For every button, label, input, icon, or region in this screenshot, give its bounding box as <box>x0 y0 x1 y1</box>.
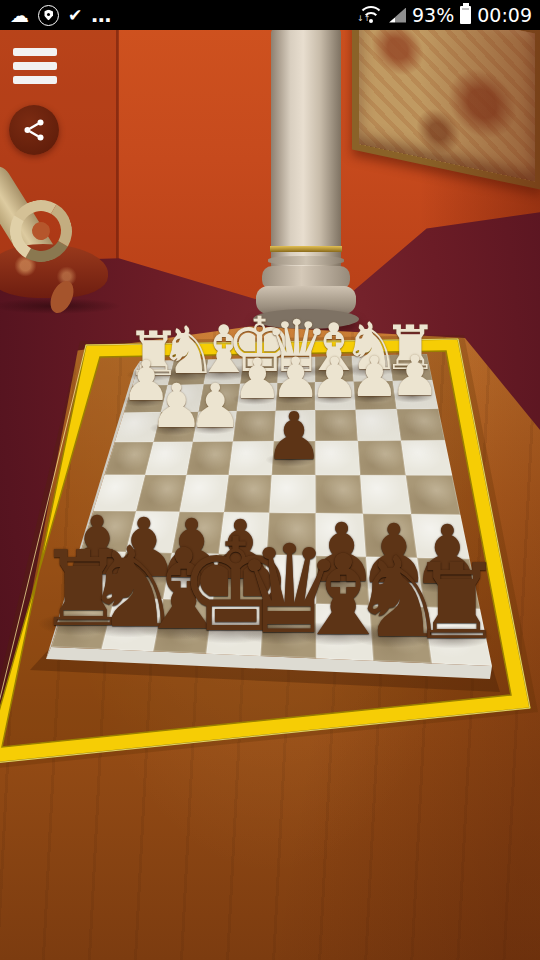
black-rook[interactable]: ♜ <box>410 550 503 654</box>
battery-percent: 93% <box>412 4 454 26</box>
white-pawn[interactable]: ♟ <box>188 376 242 437</box>
notification-icons: ☁ ✔ … <box>10 5 359 26</box>
share-button[interactable] <box>9 105 59 155</box>
wifi-icon: ↓↑ <box>359 6 383 25</box>
cloud-icon: ☁ <box>10 6 29 25</box>
share-icon <box>21 117 47 143</box>
clock: 00:09 <box>477 4 532 26</box>
status-bar: ☁ ✔ … ↓↑ 93% 00:09 <box>0 0 540 30</box>
system-status: ↓↑ 93% 00:09 <box>359 4 532 26</box>
white-pawn[interactable]: ♟ <box>390 349 440 405</box>
more-notifications-ellipsis: … <box>91 11 112 19</box>
black-pawn[interactable]: ♟ <box>264 404 323 470</box>
menu-button[interactable] <box>13 48 57 90</box>
screen: ♜♞♝♚♛♝♞♜♟♟♟♟♟♟♟♟♟♟♟♟♟♟♟♟♜♞♝♚♛♝♞♜ ☁ ✔ … ↓… <box>0 0 540 960</box>
shield-badge-icon <box>38 5 59 26</box>
battery-icon <box>460 6 471 24</box>
signal-triangle-icon <box>389 8 406 23</box>
checkmark-icon: ✔ <box>68 7 82 24</box>
